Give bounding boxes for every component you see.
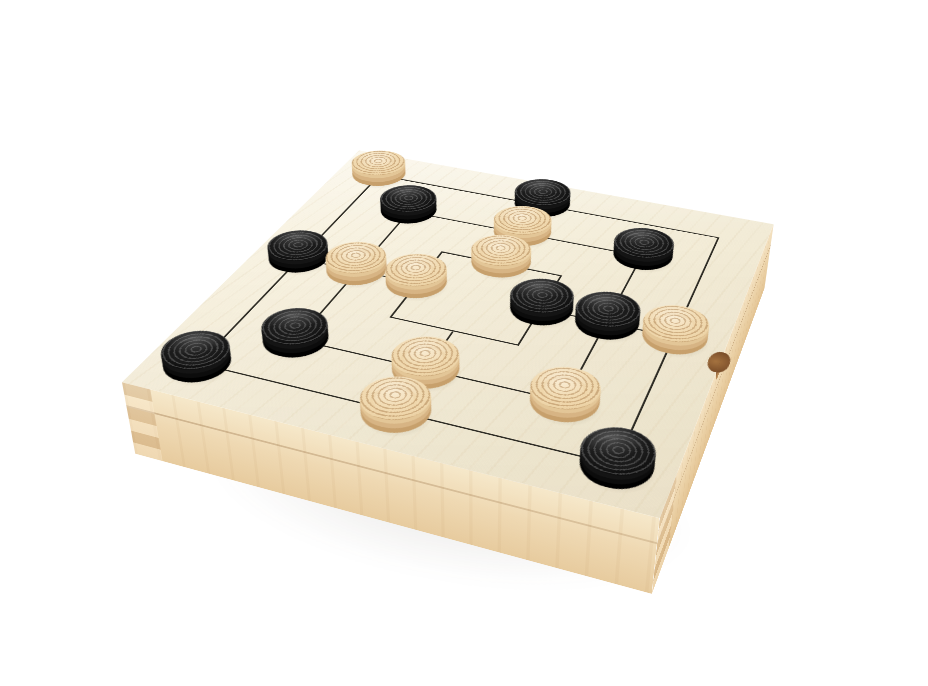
game-box: ○●●○●○●○○●●○●○○●○● (122, 150, 774, 518)
box-corner-joints (122, 382, 163, 461)
piece-glyph: ● (615, 227, 672, 260)
piece-glyph: ○ (644, 304, 706, 344)
piece-glyph: ● (576, 290, 639, 329)
piece-glyph: ○ (530, 365, 600, 411)
piece-glyph: ● (581, 425, 654, 478)
photo-stage: ○●●○●○●○○●●○●○○●○● (0, 0, 928, 686)
